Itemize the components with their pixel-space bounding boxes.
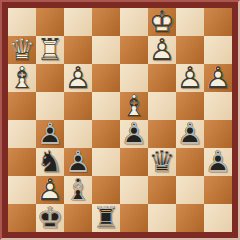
square-d6[interactable] [92, 64, 120, 92]
black-pawn-icon: ♟ [64, 148, 92, 176]
square-b6[interactable] [36, 64, 64, 92]
white-queen-icon: ♛ [8, 36, 36, 64]
white-king-outline-icon: ♔ [148, 8, 176, 36]
square-b4[interactable]: ♟♙ [36, 120, 64, 148]
chess-board-frame: ♚♔♛♕♜♖♟♙♝♗♟♙♟♙♟♙♝♗♟♙♟♙♟♙♞♘♟♙♛♕♟♙♟♙♝♗♚♔♜♖ [0, 0, 240, 240]
square-c1[interactable] [64, 204, 92, 232]
black-pawn-icon: ♟ [36, 120, 64, 148]
white-bishop-icon: ♝ [120, 92, 148, 120]
square-e5[interactable]: ♝♗ [120, 92, 148, 120]
square-a1[interactable] [8, 204, 36, 232]
square-a6[interactable]: ♝♗ [8, 64, 36, 92]
black-pawn-icon: ♟ [176, 120, 204, 148]
black-pawn-outline-icon: ♙ [120, 120, 148, 148]
white-bishop-outline-icon: ♗ [120, 92, 148, 120]
square-g7[interactable] [176, 36, 204, 64]
square-g2[interactable] [176, 176, 204, 204]
square-b3[interactable]: ♞♘ [36, 148, 64, 176]
square-a7[interactable]: ♛♕ [8, 36, 36, 64]
square-g6[interactable]: ♟♙ [176, 64, 204, 92]
square-f4[interactable] [148, 120, 176, 148]
square-a3[interactable] [8, 148, 36, 176]
piece-black-king[interactable]: ♚♔ [36, 204, 64, 232]
square-a8[interactable] [8, 8, 36, 36]
white-pawn-icon: ♟ [204, 64, 232, 92]
piece-black-knight[interactable]: ♞♘ [36, 148, 64, 176]
square-e4[interactable]: ♟♙ [120, 120, 148, 148]
square-h8[interactable] [204, 8, 232, 36]
square-f5[interactable] [148, 92, 176, 120]
square-f2[interactable] [148, 176, 176, 204]
white-pawn-icon: ♟ [36, 176, 64, 204]
chess-board: ♚♔♛♕♜♖♟♙♝♗♟♙♟♙♟♙♝♗♟♙♟♙♟♙♞♘♟♙♛♕♟♙♟♙♝♗♚♔♜♖ [8, 8, 232, 232]
black-pawn-icon: ♟ [204, 148, 232, 176]
square-b2[interactable]: ♟♙ [36, 176, 64, 204]
piece-black-pawn[interactable]: ♟♙ [64, 148, 92, 176]
square-c5[interactable] [64, 92, 92, 120]
black-rook-icon: ♜ [92, 204, 120, 232]
white-pawn-icon: ♟ [148, 36, 176, 64]
square-e8[interactable] [120, 8, 148, 36]
square-b7[interactable]: ♜♖ [36, 36, 64, 64]
square-g8[interactable] [176, 8, 204, 36]
black-bishop-outline-icon: ♗ [64, 176, 92, 204]
piece-white-king[interactable]: ♚♔ [148, 8, 176, 36]
black-pawn-icon: ♟ [120, 120, 148, 148]
piece-black-pawn[interactable]: ♟♙ [36, 120, 64, 148]
white-bishop-outline-icon: ♗ [8, 64, 36, 92]
square-e3[interactable] [120, 148, 148, 176]
square-e6[interactable] [120, 64, 148, 92]
black-pawn-outline-icon: ♙ [36, 120, 64, 148]
white-queen-outline-icon: ♕ [8, 36, 36, 64]
piece-black-bishop[interactable]: ♝♗ [64, 176, 92, 204]
square-c7[interactable] [64, 36, 92, 64]
black-pawn-outline-icon: ♙ [204, 148, 232, 176]
square-d4[interactable] [92, 120, 120, 148]
piece-black-rook[interactable]: ♜♖ [92, 204, 120, 232]
square-f1[interactable] [148, 204, 176, 232]
square-h2[interactable] [204, 176, 232, 204]
square-g1[interactable] [176, 204, 204, 232]
square-e2[interactable] [120, 176, 148, 204]
piece-white-bishop[interactable]: ♝♗ [8, 64, 36, 92]
black-rook-outline-icon: ♖ [92, 204, 120, 232]
white-king-icon: ♚ [148, 8, 176, 36]
square-c4[interactable] [64, 120, 92, 148]
white-pawn-outline-icon: ♙ [148, 36, 176, 64]
black-king-icon: ♚ [36, 204, 64, 232]
square-a4[interactable] [8, 120, 36, 148]
black-queen-outline-icon: ♕ [148, 148, 176, 176]
square-h7[interactable] [204, 36, 232, 64]
square-b8[interactable] [36, 8, 64, 36]
piece-white-pawn[interactable]: ♟♙ [64, 64, 92, 92]
white-rook-icon: ♜ [36, 36, 64, 64]
square-e7[interactable] [120, 36, 148, 64]
white-pawn-outline-icon: ♙ [176, 64, 204, 92]
white-pawn-outline-icon: ♙ [204, 64, 232, 92]
white-pawn-outline-icon: ♙ [36, 176, 64, 204]
square-c8[interactable] [64, 8, 92, 36]
square-g3[interactable] [176, 148, 204, 176]
square-c3[interactable]: ♟♙ [64, 148, 92, 176]
square-d3[interactable] [92, 148, 120, 176]
square-d5[interactable] [92, 92, 120, 120]
square-c6[interactable]: ♟♙ [64, 64, 92, 92]
black-queen-icon: ♛ [148, 148, 176, 176]
square-d8[interactable] [92, 8, 120, 36]
square-h1[interactable] [204, 204, 232, 232]
piece-white-pawn[interactable]: ♟♙ [204, 64, 232, 92]
black-knight-outline-icon: ♘ [36, 148, 64, 176]
piece-black-pawn[interactable]: ♟♙ [120, 120, 148, 148]
square-h5[interactable] [204, 92, 232, 120]
black-pawn-outline-icon: ♙ [64, 148, 92, 176]
piece-white-pawn[interactable]: ♟♙ [148, 36, 176, 64]
white-rook-outline-icon: ♖ [36, 36, 64, 64]
piece-white-queen[interactable]: ♛♕ [8, 36, 36, 64]
square-f3[interactable]: ♛♕ [148, 148, 176, 176]
black-pawn-outline-icon: ♙ [176, 120, 204, 148]
piece-black-queen[interactable]: ♛♕ [148, 148, 176, 176]
white-pawn-icon: ♟ [64, 64, 92, 92]
black-bishop-icon: ♝ [64, 176, 92, 204]
square-a2[interactable] [8, 176, 36, 204]
square-f7[interactable]: ♟♙ [148, 36, 176, 64]
white-pawn-icon: ♟ [176, 64, 204, 92]
square-f6[interactable] [148, 64, 176, 92]
piece-black-pawn[interactable]: ♟♙ [204, 148, 232, 176]
piece-white-pawn[interactable]: ♟♙ [176, 64, 204, 92]
square-b5[interactable] [36, 92, 64, 120]
black-king-outline-icon: ♔ [36, 204, 64, 232]
square-h6[interactable]: ♟♙ [204, 64, 232, 92]
piece-white-rook[interactable]: ♜♖ [36, 36, 64, 64]
piece-white-pawn[interactable]: ♟♙ [36, 176, 64, 204]
square-h4[interactable] [204, 120, 232, 148]
black-knight-icon: ♞ [36, 148, 64, 176]
square-g4[interactable]: ♟♙ [176, 120, 204, 148]
square-h3[interactable]: ♟♙ [204, 148, 232, 176]
square-g5[interactable] [176, 92, 204, 120]
white-bishop-icon: ♝ [8, 64, 36, 92]
square-d2[interactable] [92, 176, 120, 204]
piece-white-bishop[interactable]: ♝♗ [120, 92, 148, 120]
piece-black-pawn[interactable]: ♟♙ [176, 120, 204, 148]
square-d1[interactable]: ♜♖ [92, 204, 120, 232]
square-b1[interactable]: ♚♔ [36, 204, 64, 232]
square-a5[interactable] [8, 92, 36, 120]
square-e1[interactable] [120, 204, 148, 232]
square-f8[interactable]: ♚♔ [148, 8, 176, 36]
square-c2[interactable]: ♝♗ [64, 176, 92, 204]
square-d7[interactable] [92, 36, 120, 64]
white-pawn-outline-icon: ♙ [64, 64, 92, 92]
